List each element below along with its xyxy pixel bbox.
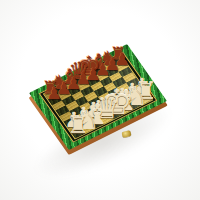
dark-pawn-a7: ♟	[46, 85, 61, 102]
chess-set-photo: ♜♞♝♛♚♝♞♜♟♟♟♟♟♟♟♟♟♟♟♟♟♟♟♟♜♞♝♛♚♝♞♜	[0, 0, 200, 200]
light-rook-a1: ♜	[67, 113, 89, 137]
pieces-layer: ♜♞♝♛♚♝♞♜♟♟♟♟♟♟♟♟♟♟♟♟♟♟♟♟♜♞♝♛♚♝♞♜	[0, 0, 200, 200]
